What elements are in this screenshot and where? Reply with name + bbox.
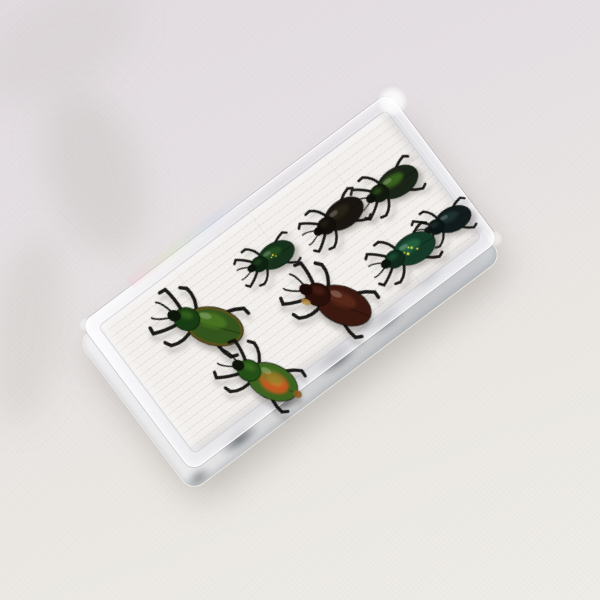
corner-highlight-2 xyxy=(483,227,505,249)
leaf-shadow-2 xyxy=(0,231,76,429)
corner-highlight-3 xyxy=(76,315,96,335)
photo-scene xyxy=(0,0,600,600)
beetle-specimens xyxy=(99,110,481,453)
